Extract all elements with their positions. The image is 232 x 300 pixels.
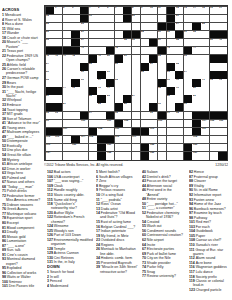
white-cell[interactable] [141,112,149,120]
white-cell[interactable] [175,152,183,160]
white-cell[interactable] [132,144,140,152]
white-cell[interactable]: 85 [167,95,175,103]
white-cell[interactable]: 110 [149,128,157,136]
white-cell[interactable] [89,120,97,128]
clue-item: 93 Montreal diamond expert? [2,257,42,266]
white-cell[interactable] [54,152,62,160]
white-cell[interactable] [123,128,131,136]
white-cell[interactable]: 108 [97,128,105,136]
white-cell[interactable] [158,71,166,79]
white-cell[interactable] [63,23,71,31]
white-cell[interactable] [71,15,79,23]
white-cell[interactable]: 53 [184,55,192,63]
white-cell[interactable] [167,120,175,128]
white-cell[interactable] [149,87,157,95]
white-cell[interactable] [132,103,140,111]
white-cell[interactable]: 94 [89,112,97,120]
white-cell[interactable] [123,79,131,87]
white-cell[interactable]: 71 [201,79,209,87]
white-cell[interactable]: 79 [175,87,183,95]
white-cell[interactable] [184,15,192,23]
white-cell[interactable] [201,95,209,103]
white-cell[interactable] [149,79,157,87]
white-cell[interactable] [210,128,218,136]
white-cell[interactable] [210,95,218,103]
white-cell[interactable] [184,128,192,136]
white-cell[interactable]: 38 [175,39,183,47]
white-cell[interactable]: 9 [141,7,149,15]
white-cell[interactable] [132,112,140,120]
white-cell[interactable] [210,87,218,95]
white-cell[interactable]: 5 [97,7,105,15]
white-cell[interactable] [89,39,97,47]
cell-number: 15 [202,6,205,9]
white-cell[interactable] [89,71,97,79]
white-cell[interactable]: 90 [158,103,166,111]
white-cell[interactable]: 98 [175,112,183,120]
white-cell[interactable] [123,71,131,79]
white-cell[interactable] [106,31,114,39]
white-cell[interactable]: 11 [158,7,166,15]
white-cell[interactable]: 13 [184,7,192,15]
white-cell[interactable] [210,63,218,71]
black-cell [141,144,149,152]
white-cell[interactable] [184,39,192,47]
white-cell[interactable] [89,31,97,39]
white-cell[interactable] [132,55,140,63]
white-cell[interactable] [115,87,123,95]
white-cell[interactable] [89,79,97,87]
white-cell[interactable] [106,15,114,23]
cell-number: 92 [46,111,49,114]
white-cell[interactable] [132,120,140,128]
white-cell[interactable]: 125 [106,152,114,160]
white-cell[interactable]: 36 [132,39,140,47]
white-cell[interactable] [106,128,114,136]
white-cell[interactable] [210,47,218,55]
white-cell[interactable]: 113 [54,136,62,144]
white-cell[interactable]: 43 [167,47,175,55]
white-cell[interactable]: 107 [63,128,71,136]
white-cell[interactable] [54,31,62,39]
white-cell[interactable] [167,136,175,144]
white-cell[interactable]: 7 [115,7,123,15]
white-cell[interactable] [115,31,123,39]
white-cell[interactable] [63,15,71,23]
white-cell[interactable]: 3 [71,7,79,15]
white-cell[interactable] [201,87,209,95]
white-cell[interactable]: 48 [71,55,79,63]
white-cell[interactable] [132,23,140,31]
white-cell[interactable]: 82 [89,95,97,103]
white-cell[interactable]: 15 [201,7,209,15]
white-cell[interactable] [123,87,131,95]
white-cell[interactable]: 115 [89,136,97,144]
white-cell[interactable] [63,136,71,144]
white-cell[interactable]: 117 [132,136,140,144]
white-cell[interactable] [218,23,226,31]
white-cell[interactable] [89,47,97,55]
white-cell[interactable] [123,136,131,144]
white-cell[interactable] [97,112,105,120]
cell-number: 80 [193,86,196,89]
white-cell[interactable]: 51 [123,55,131,63]
white-cell[interactable]: 65 [46,79,54,87]
white-cell[interactable] [210,144,218,152]
white-cell[interactable] [158,152,166,160]
white-cell[interactable] [141,15,149,23]
white-cell[interactable] [71,103,79,111]
white-cell[interactable] [54,79,62,87]
white-cell[interactable]: 73 [218,79,226,87]
white-cell[interactable]: 89 [123,103,131,111]
white-cell[interactable] [158,15,166,23]
white-cell[interactable] [201,144,209,152]
cell-number: 68 [115,78,118,81]
clue-item: 26 Montauk to Manhattan line abbr. [96,247,139,256]
white-cell[interactable]: 28 [141,31,149,39]
white-cell[interactable] [192,55,200,63]
white-cell[interactable] [201,55,209,63]
white-cell[interactable]: 111 [201,128,209,136]
crossword-grid[interactable]: 1234567891011121314151617181920212223242… [44,5,228,161]
across-clues-2: 102 Bad actors106 USA counterpart107 "__… [47,170,93,264]
white-cell[interactable] [167,144,175,152]
white-cell[interactable] [71,120,79,128]
white-cell[interactable] [201,103,209,111]
white-cell[interactable] [210,103,218,111]
white-cell[interactable] [210,152,218,160]
white-cell[interactable] [89,144,97,152]
white-cell[interactable]: 32 [192,31,200,39]
white-cell[interactable] [63,144,71,152]
white-cell[interactable]: 20 [132,15,140,23]
white-cell[interactable] [175,128,183,136]
white-cell[interactable] [141,136,149,144]
white-cell[interactable] [192,15,200,23]
white-cell[interactable]: 6 [106,7,114,15]
white-cell[interactable]: 56 [115,63,123,71]
white-cell[interactable] [192,103,200,111]
white-cell[interactable] [97,23,105,31]
white-cell[interactable] [54,39,62,47]
white-cell[interactable] [89,23,97,31]
white-cell[interactable]: 64 [184,71,192,79]
white-cell[interactable] [184,136,192,144]
white-cell[interactable]: 72 [210,79,218,87]
white-cell[interactable]: 105 [210,120,218,128]
white-cell[interactable] [158,63,166,71]
white-cell[interactable] [175,136,183,144]
white-cell[interactable]: 66 [80,79,88,87]
white-cell[interactable]: 114 [80,136,88,144]
white-cell[interactable] [115,152,123,160]
white-cell[interactable]: 69 [167,79,175,87]
white-cell[interactable]: 126 [149,152,157,160]
white-cell[interactable] [184,87,192,95]
white-cell[interactable]: 2 [63,7,71,15]
white-cell[interactable] [97,31,105,39]
white-cell[interactable] [54,15,62,23]
white-cell[interactable]: 87 [63,103,71,111]
white-cell[interactable] [63,71,71,79]
down-header: DOWN [47,265,93,269]
white-cell[interactable]: 41 [80,47,88,55]
white-cell[interactable] [63,63,71,71]
cell-number: 113 [55,135,59,138]
white-cell[interactable] [175,95,183,103]
white-cell[interactable] [80,55,88,63]
white-cell[interactable] [132,71,140,79]
white-cell[interactable] [54,120,62,128]
white-cell[interactable] [71,128,79,136]
white-cell[interactable] [115,23,123,31]
cell-number: 28 [141,30,144,33]
white-cell[interactable]: 24 [175,23,183,31]
clue-item: 26 Carson's relatable predecessor? [2,67,42,76]
white-cell[interactable]: 52 [158,55,166,63]
white-cell[interactable]: 39 [210,39,218,47]
cell-number: 44 [193,46,196,49]
white-cell[interactable]: 17 [218,7,226,15]
white-cell[interactable] [141,55,149,63]
white-cell[interactable] [123,144,131,152]
cell-number: 67 [98,78,101,81]
cell-number: 52 [158,54,161,57]
white-cell[interactable] [158,136,166,144]
white-cell[interactable] [184,79,192,87]
white-cell[interactable] [97,15,105,23]
white-cell[interactable]: 91 [184,103,192,111]
white-cell[interactable] [132,63,140,71]
white-cell[interactable]: 10 [149,7,157,15]
white-cell[interactable] [201,47,209,55]
black-cell [218,55,226,63]
white-cell[interactable] [158,144,166,152]
white-cell[interactable] [132,79,140,87]
cell-number: 65 [46,78,49,81]
white-cell[interactable]: 16 [210,7,218,15]
white-cell[interactable] [141,79,149,87]
white-cell[interactable]: 74 [63,87,71,95]
white-cell[interactable] [141,103,149,111]
white-cell[interactable]: 93 [54,112,62,120]
white-cell[interactable] [71,95,79,103]
white-cell[interactable] [106,23,114,31]
white-cell[interactable]: 49 [97,55,105,63]
white-cell[interactable] [63,152,71,160]
black-cell [123,15,131,23]
white-cell[interactable]: 61 [106,71,114,79]
white-cell[interactable] [218,47,226,55]
white-cell[interactable]: 86 [192,95,200,103]
cell-number: 24 [176,22,179,25]
white-cell[interactable] [71,112,79,120]
white-cell[interactable] [192,71,200,79]
white-cell[interactable] [167,55,175,63]
white-cell[interactable] [149,31,157,39]
white-cell[interactable] [63,31,71,39]
white-cell[interactable]: 57 [149,63,157,71]
white-cell[interactable]: 31 [184,31,192,39]
white-cell[interactable]: 55 [89,63,97,71]
clue-item: 77 Review university? [142,274,186,278]
white-cell[interactable] [141,120,149,128]
white-cell[interactable]: 78 [158,87,166,95]
white-cell[interactable]: 68 [115,79,123,87]
white-cell[interactable]: 62 [141,71,149,79]
white-cell[interactable]: 19 [89,15,97,23]
white-cell[interactable] [80,144,88,152]
white-cell[interactable] [54,23,62,31]
white-cell[interactable]: 46 [54,55,62,63]
white-cell[interactable]: 47 [63,55,71,63]
white-cell[interactable]: 25 [201,23,209,31]
white-cell[interactable] [201,31,209,39]
white-cell[interactable] [115,95,123,103]
white-cell[interactable] [218,136,226,144]
white-cell[interactable] [218,87,226,95]
white-cell[interactable]: 116 [115,136,123,144]
white-cell[interactable]: 99 [46,120,54,128]
cell-number: 60 [81,70,84,73]
white-cell[interactable] [80,152,88,160]
white-cell[interactable] [97,63,105,71]
white-cell[interactable]: 58 [175,63,183,71]
white-cell[interactable]: 97 [167,112,175,120]
white-cell[interactable] [175,144,183,152]
white-cell[interactable] [149,71,157,79]
white-cell[interactable] [71,152,79,160]
cell-number: 102 [124,119,128,122]
white-cell[interactable]: 127 [192,152,200,160]
cell-number: 69 [167,78,170,81]
cell-number: 58 [176,62,179,65]
white-cell[interactable] [141,39,149,47]
white-cell[interactable] [123,63,131,71]
white-cell[interactable]: 44 [192,47,200,55]
white-cell[interactable] [175,120,183,128]
white-cell[interactable] [54,63,62,71]
white-cell[interactable] [141,47,149,55]
cell-number: 97 [167,111,170,114]
white-cell[interactable] [132,47,140,55]
white-cell[interactable] [89,152,97,160]
white-cell[interactable] [71,71,79,79]
white-cell[interactable]: 84 [132,95,140,103]
white-cell[interactable]: 96 [149,112,157,120]
white-cell[interactable] [218,144,226,152]
white-cell[interactable]: 42 [115,47,123,55]
white-cell[interactable]: 124 [46,152,54,160]
white-cell[interactable] [184,120,192,128]
white-cell[interactable]: 100 [80,120,88,128]
white-cell[interactable]: 37 [158,39,166,47]
white-cell[interactable] [201,136,209,144]
black-cell [184,144,192,152]
white-cell[interactable]: 103 [158,120,166,128]
white-cell[interactable] [106,103,114,111]
white-cell[interactable]: 81 [46,95,54,103]
white-cell[interactable]: 14 [192,7,200,15]
white-cell[interactable] [167,152,175,160]
white-cell[interactable] [54,71,62,79]
white-cell[interactable] [192,63,200,71]
cell-number: 50 [107,54,110,57]
white-cell[interactable]: 75 [71,87,79,95]
white-cell[interactable] [218,63,226,71]
white-cell[interactable] [141,87,149,95]
white-cell[interactable] [123,152,131,160]
white-cell[interactable]: 120 [71,144,79,152]
white-cell[interactable]: 106 [218,120,226,128]
black-cell [184,152,192,160]
white-cell[interactable]: 95 [115,112,123,120]
white-cell[interactable]: 30 [167,31,175,39]
cell-number: 118 [193,135,197,138]
white-cell[interactable] [132,152,140,160]
white-cell[interactable] [54,95,62,103]
white-cell[interactable]: 35 [123,39,131,47]
white-cell[interactable] [210,15,218,23]
white-cell[interactable]: 33 [46,39,54,47]
white-cell[interactable] [210,136,218,144]
white-cell[interactable] [54,144,62,152]
white-cell[interactable] [184,112,192,120]
white-cell[interactable] [167,128,175,136]
white-cell[interactable] [63,39,71,47]
white-cell[interactable] [71,23,79,31]
white-cell[interactable]: 83 [106,95,114,103]
cell-number: 12 [176,6,179,9]
white-cell[interactable]: 1 [54,7,62,15]
white-cell[interactable] [218,103,226,111]
white-cell[interactable] [141,95,149,103]
white-cell[interactable] [201,39,209,47]
white-cell[interactable]: 50 [106,55,114,63]
white-cell[interactable] [97,39,105,47]
white-cell[interactable] [71,63,79,71]
white-cell[interactable]: 102 [123,120,131,128]
white-cell[interactable] [63,112,71,120]
white-cell[interactable] [149,95,157,103]
white-cell[interactable] [80,95,88,103]
white-cell[interactable] [218,15,226,23]
clue-item: 46 First word in the "Aeneid" [142,188,186,197]
white-cell[interactable] [210,23,218,31]
white-cell[interactable] [106,39,114,47]
white-cell[interactable] [201,63,209,71]
white-cell[interactable] [115,144,123,152]
white-cell[interactable] [175,47,183,55]
white-cell[interactable] [218,128,226,136]
white-cell[interactable] [149,15,157,23]
white-cell[interactable] [149,47,157,55]
white-cell[interactable] [115,15,123,23]
white-cell[interactable]: 101 [106,120,114,128]
white-cell[interactable] [218,95,226,103]
white-cell[interactable]: 88 [97,103,105,111]
cell-number: 89 [124,102,127,105]
white-cell[interactable]: 40 [218,39,226,47]
white-cell[interactable] [149,23,157,31]
white-cell[interactable] [123,23,131,31]
white-cell[interactable] [80,87,88,95]
white-cell[interactable] [201,152,209,160]
white-cell[interactable]: 76 [97,87,105,95]
white-cell[interactable] [80,103,88,111]
white-cell[interactable] [158,128,166,136]
